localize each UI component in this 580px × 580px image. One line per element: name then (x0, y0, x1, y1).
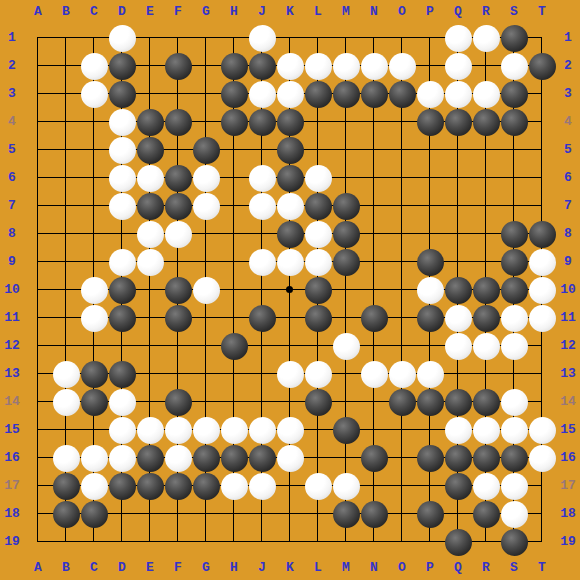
intersection-J16[interactable] (248, 444, 276, 472)
intersection-S15[interactable] (500, 416, 528, 444)
intersection-Q1[interactable] (444, 24, 472, 52)
intersection-P1[interactable] (416, 24, 444, 52)
intersection-K15[interactable] (276, 416, 304, 444)
intersection-A14[interactable] (24, 388, 52, 416)
intersection-H9[interactable] (220, 248, 248, 276)
intersection-L9[interactable] (304, 248, 332, 276)
intersection-D4[interactable] (108, 108, 136, 136)
intersection-F7[interactable] (164, 192, 192, 220)
intersection-F3[interactable] (164, 80, 192, 108)
intersection-A15[interactable] (24, 416, 52, 444)
intersection-R11[interactable] (472, 304, 500, 332)
intersection-S6[interactable] (500, 164, 528, 192)
intersection-T8[interactable] (528, 220, 556, 248)
intersection-E9[interactable] (136, 248, 164, 276)
intersection-G11[interactable] (192, 304, 220, 332)
intersection-B12[interactable] (52, 332, 80, 360)
intersection-N17[interactable] (360, 472, 388, 500)
intersection-S19[interactable] (500, 528, 528, 556)
intersection-J7[interactable] (248, 192, 276, 220)
intersection-K17[interactable] (276, 472, 304, 500)
intersection-L5[interactable] (304, 136, 332, 164)
intersection-J11[interactable] (248, 304, 276, 332)
intersection-O11[interactable] (388, 304, 416, 332)
intersection-B7[interactable] (52, 192, 80, 220)
intersection-N5[interactable] (360, 136, 388, 164)
intersection-F17[interactable] (164, 472, 192, 500)
intersection-S18[interactable] (500, 500, 528, 528)
intersection-B1[interactable] (52, 24, 80, 52)
intersection-A3[interactable] (24, 80, 52, 108)
intersection-L4[interactable] (304, 108, 332, 136)
intersection-L14[interactable] (304, 388, 332, 416)
intersection-Q13[interactable] (444, 360, 472, 388)
intersection-C7[interactable] (80, 192, 108, 220)
intersection-S16[interactable] (500, 444, 528, 472)
intersection-L10[interactable] (304, 276, 332, 304)
intersection-F14[interactable] (164, 388, 192, 416)
intersection-D8[interactable] (108, 220, 136, 248)
intersection-F6[interactable] (164, 164, 192, 192)
intersection-F10[interactable] (164, 276, 192, 304)
intersection-T16[interactable] (528, 444, 556, 472)
intersection-K4[interactable] (276, 108, 304, 136)
intersection-C8[interactable] (80, 220, 108, 248)
intersection-C16[interactable] (80, 444, 108, 472)
intersection-M3[interactable] (332, 80, 360, 108)
intersection-R19[interactable] (472, 528, 500, 556)
intersection-K7[interactable] (276, 192, 304, 220)
intersection-T5[interactable] (528, 136, 556, 164)
intersection-L7[interactable] (304, 192, 332, 220)
intersection-O18[interactable] (388, 500, 416, 528)
intersection-B6[interactable] (52, 164, 80, 192)
intersection-N9[interactable] (360, 248, 388, 276)
intersection-P13[interactable] (416, 360, 444, 388)
intersection-R7[interactable] (472, 192, 500, 220)
intersection-S3[interactable] (500, 80, 528, 108)
intersection-L19[interactable] (304, 528, 332, 556)
intersection-B10[interactable] (52, 276, 80, 304)
intersection-S10[interactable] (500, 276, 528, 304)
intersection-E4[interactable] (136, 108, 164, 136)
intersection-E10[interactable] (136, 276, 164, 304)
intersection-D13[interactable] (108, 360, 136, 388)
intersection-D3[interactable] (108, 80, 136, 108)
intersection-P7[interactable] (416, 192, 444, 220)
intersection-N6[interactable] (360, 164, 388, 192)
intersection-S1[interactable] (500, 24, 528, 52)
intersection-F11[interactable] (164, 304, 192, 332)
intersection-D5[interactable] (108, 136, 136, 164)
intersection-S11[interactable] (500, 304, 528, 332)
intersection-T3[interactable] (528, 80, 556, 108)
intersection-Q17[interactable] (444, 472, 472, 500)
intersection-S7[interactable] (500, 192, 528, 220)
intersection-R15[interactable] (472, 416, 500, 444)
intersection-J13[interactable] (248, 360, 276, 388)
intersection-E2[interactable] (136, 52, 164, 80)
intersection-P5[interactable] (416, 136, 444, 164)
intersection-B19[interactable] (52, 528, 80, 556)
intersection-P10[interactable] (416, 276, 444, 304)
intersection-M12[interactable] (332, 332, 360, 360)
intersection-P8[interactable] (416, 220, 444, 248)
intersection-K5[interactable] (276, 136, 304, 164)
intersection-T17[interactable] (528, 472, 556, 500)
intersection-E17[interactable] (136, 472, 164, 500)
intersection-R18[interactable] (472, 500, 500, 528)
intersection-N4[interactable] (360, 108, 388, 136)
intersection-G9[interactable] (192, 248, 220, 276)
intersection-T7[interactable] (528, 192, 556, 220)
intersection-S14[interactable] (500, 388, 528, 416)
intersection-P11[interactable] (416, 304, 444, 332)
intersection-E5[interactable] (136, 136, 164, 164)
intersection-G1[interactable] (192, 24, 220, 52)
intersection-P15[interactable] (416, 416, 444, 444)
intersection-S8[interactable] (500, 220, 528, 248)
intersection-D19[interactable] (108, 528, 136, 556)
intersection-B5[interactable] (52, 136, 80, 164)
intersection-F4[interactable] (164, 108, 192, 136)
intersection-F15[interactable] (164, 416, 192, 444)
intersection-D12[interactable] (108, 332, 136, 360)
intersection-J4[interactable] (248, 108, 276, 136)
intersection-E16[interactable] (136, 444, 164, 472)
intersection-T2[interactable] (528, 52, 556, 80)
intersection-G5[interactable] (192, 136, 220, 164)
intersection-D11[interactable] (108, 304, 136, 332)
intersection-L3[interactable] (304, 80, 332, 108)
intersection-K13[interactable] (276, 360, 304, 388)
intersection-R12[interactable] (472, 332, 500, 360)
intersection-T4[interactable] (528, 108, 556, 136)
intersection-G18[interactable] (192, 500, 220, 528)
intersection-B4[interactable] (52, 108, 80, 136)
intersection-D10[interactable] (108, 276, 136, 304)
intersection-G13[interactable] (192, 360, 220, 388)
intersection-J2[interactable] (248, 52, 276, 80)
intersection-A1[interactable] (24, 24, 52, 52)
intersection-F9[interactable] (164, 248, 192, 276)
intersection-T6[interactable] (528, 164, 556, 192)
intersection-S5[interactable] (500, 136, 528, 164)
intersection-S9[interactable] (500, 248, 528, 276)
intersection-H11[interactable] (220, 304, 248, 332)
intersection-B18[interactable] (52, 500, 80, 528)
intersection-F16[interactable] (164, 444, 192, 472)
intersection-F1[interactable] (164, 24, 192, 52)
intersection-R14[interactable] (472, 388, 500, 416)
intersection-C2[interactable] (80, 52, 108, 80)
intersection-J17[interactable] (248, 472, 276, 500)
intersection-O17[interactable] (388, 472, 416, 500)
intersection-O14[interactable] (388, 388, 416, 416)
intersection-P19[interactable] (416, 528, 444, 556)
intersection-Q12[interactable] (444, 332, 472, 360)
intersection-M14[interactable] (332, 388, 360, 416)
intersection-M13[interactable] (332, 360, 360, 388)
intersection-H5[interactable] (220, 136, 248, 164)
intersection-T18[interactable] (528, 500, 556, 528)
intersection-H4[interactable] (220, 108, 248, 136)
intersection-A13[interactable] (24, 360, 52, 388)
intersection-Q18[interactable] (444, 500, 472, 528)
intersection-Q5[interactable] (444, 136, 472, 164)
intersection-D17[interactable] (108, 472, 136, 500)
intersection-G17[interactable] (192, 472, 220, 500)
intersection-Q10[interactable] (444, 276, 472, 304)
intersection-N2[interactable] (360, 52, 388, 80)
intersection-T12[interactable] (528, 332, 556, 360)
intersection-A17[interactable] (24, 472, 52, 500)
intersection-Q2[interactable] (444, 52, 472, 80)
intersection-G6[interactable] (192, 164, 220, 192)
intersection-C19[interactable] (80, 528, 108, 556)
intersection-O4[interactable] (388, 108, 416, 136)
intersection-K16[interactable] (276, 444, 304, 472)
intersection-M7[interactable] (332, 192, 360, 220)
intersection-E7[interactable] (136, 192, 164, 220)
intersection-O1[interactable] (388, 24, 416, 52)
intersection-R5[interactable] (472, 136, 500, 164)
intersection-M5[interactable] (332, 136, 360, 164)
intersection-L2[interactable] (304, 52, 332, 80)
intersection-H12[interactable] (220, 332, 248, 360)
intersection-J6[interactable] (248, 164, 276, 192)
intersection-O19[interactable] (388, 528, 416, 556)
intersection-O2[interactable] (388, 52, 416, 80)
intersection-K10[interactable] (276, 276, 304, 304)
intersection-H6[interactable] (220, 164, 248, 192)
intersection-C4[interactable] (80, 108, 108, 136)
intersection-L18[interactable] (304, 500, 332, 528)
intersection-B16[interactable] (52, 444, 80, 472)
intersection-M6[interactable] (332, 164, 360, 192)
intersection-E18[interactable] (136, 500, 164, 528)
intersection-B13[interactable] (52, 360, 80, 388)
intersection-G16[interactable] (192, 444, 220, 472)
intersection-O5[interactable] (388, 136, 416, 164)
intersection-K9[interactable] (276, 248, 304, 276)
intersection-O6[interactable] (388, 164, 416, 192)
intersection-R9[interactable] (472, 248, 500, 276)
intersection-C11[interactable] (80, 304, 108, 332)
intersection-G2[interactable] (192, 52, 220, 80)
intersection-R10[interactable] (472, 276, 500, 304)
intersection-A2[interactable] (24, 52, 52, 80)
intersection-R17[interactable] (472, 472, 500, 500)
intersection-S4[interactable] (500, 108, 528, 136)
intersection-G10[interactable] (192, 276, 220, 304)
intersection-N10[interactable] (360, 276, 388, 304)
intersection-F18[interactable] (164, 500, 192, 528)
intersection-E14[interactable] (136, 388, 164, 416)
intersection-C10[interactable] (80, 276, 108, 304)
intersection-D2[interactable] (108, 52, 136, 80)
intersection-Q14[interactable] (444, 388, 472, 416)
intersection-D14[interactable] (108, 388, 136, 416)
intersection-J8[interactable] (248, 220, 276, 248)
intersection-M2[interactable] (332, 52, 360, 80)
intersection-H8[interactable] (220, 220, 248, 248)
intersection-H16[interactable] (220, 444, 248, 472)
intersection-F8[interactable] (164, 220, 192, 248)
intersection-R16[interactable] (472, 444, 500, 472)
intersection-N7[interactable] (360, 192, 388, 220)
intersection-Q16[interactable] (444, 444, 472, 472)
intersection-P4[interactable] (416, 108, 444, 136)
intersection-P6[interactable] (416, 164, 444, 192)
intersection-K11[interactable] (276, 304, 304, 332)
intersection-O9[interactable] (388, 248, 416, 276)
intersection-Q7[interactable] (444, 192, 472, 220)
intersection-B14[interactable] (52, 388, 80, 416)
intersection-S13[interactable] (500, 360, 528, 388)
intersection-Q19[interactable] (444, 528, 472, 556)
intersection-T9[interactable] (528, 248, 556, 276)
intersection-C13[interactable] (80, 360, 108, 388)
intersection-S17[interactable] (500, 472, 528, 500)
intersection-T1[interactable] (528, 24, 556, 52)
intersection-M19[interactable] (332, 528, 360, 556)
intersection-G8[interactable] (192, 220, 220, 248)
intersection-G19[interactable] (192, 528, 220, 556)
intersection-O16[interactable] (388, 444, 416, 472)
intersection-A7[interactable] (24, 192, 52, 220)
intersection-T15[interactable] (528, 416, 556, 444)
intersection-A9[interactable] (24, 248, 52, 276)
intersection-H10[interactable] (220, 276, 248, 304)
intersection-D16[interactable] (108, 444, 136, 472)
intersection-A16[interactable] (24, 444, 52, 472)
intersection-P2[interactable] (416, 52, 444, 80)
intersection-N13[interactable] (360, 360, 388, 388)
intersection-J19[interactable] (248, 528, 276, 556)
intersection-C6[interactable] (80, 164, 108, 192)
intersection-B2[interactable] (52, 52, 80, 80)
intersection-L6[interactable] (304, 164, 332, 192)
intersection-K6[interactable] (276, 164, 304, 192)
intersection-R4[interactable] (472, 108, 500, 136)
intersection-A19[interactable] (24, 528, 52, 556)
intersection-J1[interactable] (248, 24, 276, 52)
intersection-A6[interactable] (24, 164, 52, 192)
intersection-E1[interactable] (136, 24, 164, 52)
intersection-C3[interactable] (80, 80, 108, 108)
intersection-J9[interactable] (248, 248, 276, 276)
intersection-G12[interactable] (192, 332, 220, 360)
intersection-A18[interactable] (24, 500, 52, 528)
intersection-A4[interactable] (24, 108, 52, 136)
intersection-T13[interactable] (528, 360, 556, 388)
intersection-B9[interactable] (52, 248, 80, 276)
intersection-J5[interactable] (248, 136, 276, 164)
intersection-L8[interactable] (304, 220, 332, 248)
intersection-C17[interactable] (80, 472, 108, 500)
intersection-J18[interactable] (248, 500, 276, 528)
intersection-L12[interactable] (304, 332, 332, 360)
intersection-M15[interactable] (332, 416, 360, 444)
intersection-E13[interactable] (136, 360, 164, 388)
intersection-C1[interactable] (80, 24, 108, 52)
intersection-K18[interactable] (276, 500, 304, 528)
intersection-D15[interactable] (108, 416, 136, 444)
intersection-M9[interactable] (332, 248, 360, 276)
intersection-E12[interactable] (136, 332, 164, 360)
intersection-N1[interactable] (360, 24, 388, 52)
intersection-H19[interactable] (220, 528, 248, 556)
intersection-N8[interactable] (360, 220, 388, 248)
intersection-D1[interactable] (108, 24, 136, 52)
intersection-F2[interactable] (164, 52, 192, 80)
intersection-C5[interactable] (80, 136, 108, 164)
intersection-K14[interactable] (276, 388, 304, 416)
intersection-R2[interactable] (472, 52, 500, 80)
intersection-J12[interactable] (248, 332, 276, 360)
intersection-E19[interactable] (136, 528, 164, 556)
intersection-O10[interactable] (388, 276, 416, 304)
intersection-C15[interactable] (80, 416, 108, 444)
intersection-A12[interactable] (24, 332, 52, 360)
intersection-T11[interactable] (528, 304, 556, 332)
intersection-N16[interactable] (360, 444, 388, 472)
intersection-H13[interactable] (220, 360, 248, 388)
intersection-L1[interactable] (304, 24, 332, 52)
intersection-P17[interactable] (416, 472, 444, 500)
intersection-K8[interactable] (276, 220, 304, 248)
intersection-E3[interactable] (136, 80, 164, 108)
intersection-C9[interactable] (80, 248, 108, 276)
intersection-M8[interactable] (332, 220, 360, 248)
intersection-Q4[interactable] (444, 108, 472, 136)
intersection-L13[interactable] (304, 360, 332, 388)
intersection-D6[interactable] (108, 164, 136, 192)
intersection-T19[interactable] (528, 528, 556, 556)
intersection-P3[interactable] (416, 80, 444, 108)
intersection-K2[interactable] (276, 52, 304, 80)
intersection-Q6[interactable] (444, 164, 472, 192)
intersection-F5[interactable] (164, 136, 192, 164)
intersection-B17[interactable] (52, 472, 80, 500)
intersection-R3[interactable] (472, 80, 500, 108)
intersection-N11[interactable] (360, 304, 388, 332)
intersection-O13[interactable] (388, 360, 416, 388)
intersection-Q11[interactable] (444, 304, 472, 332)
intersection-K3[interactable] (276, 80, 304, 108)
intersection-O12[interactable] (388, 332, 416, 360)
intersection-R13[interactable] (472, 360, 500, 388)
intersection-Q9[interactable] (444, 248, 472, 276)
intersection-J14[interactable] (248, 388, 276, 416)
intersection-F19[interactable] (164, 528, 192, 556)
intersection-G3[interactable] (192, 80, 220, 108)
intersection-H17[interactable] (220, 472, 248, 500)
intersection-L15[interactable] (304, 416, 332, 444)
intersection-C14[interactable] (80, 388, 108, 416)
intersection-T10[interactable] (528, 276, 556, 304)
intersection-G14[interactable] (192, 388, 220, 416)
intersection-G7[interactable] (192, 192, 220, 220)
intersection-L11[interactable] (304, 304, 332, 332)
intersection-K1[interactable] (276, 24, 304, 52)
intersection-C18[interactable] (80, 500, 108, 528)
intersection-Q15[interactable] (444, 416, 472, 444)
intersection-F13[interactable] (164, 360, 192, 388)
intersection-F12[interactable] (164, 332, 192, 360)
intersection-B8[interactable] (52, 220, 80, 248)
